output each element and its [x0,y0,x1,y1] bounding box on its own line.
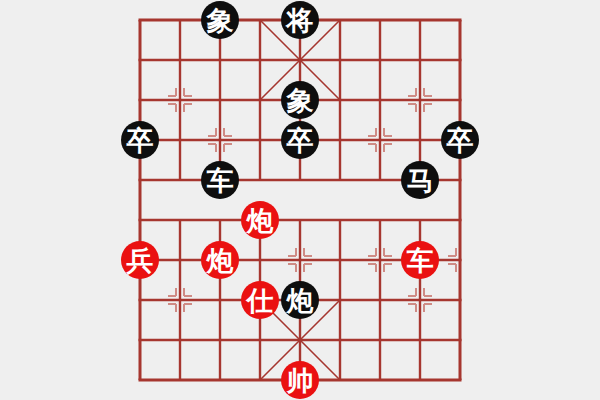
board-point: 象 [200,0,240,40]
board-point: 车 [400,240,440,280]
black-elephant[interactable]: 象 [201,1,239,39]
piece-grid: 象将象卒卒卒车马炮兵炮车仕炮帅 [120,0,480,400]
board-point: 卒 [280,120,320,160]
red-cannon[interactable]: 炮 [241,201,279,239]
board-point: 炮 [280,280,320,320]
board-point: 马 [400,160,440,200]
black-general[interactable]: 将 [281,1,319,39]
black-soldier[interactable]: 卒 [281,121,319,159]
red-advisor[interactable]: 仕 [241,281,279,319]
black-chariot[interactable]: 车 [201,161,239,199]
board-point: 帅 [280,360,320,400]
red-cannon[interactable]: 炮 [201,241,239,279]
black-soldier[interactable]: 卒 [121,121,159,159]
board-point: 仕 [240,280,280,320]
board-point: 象 [280,80,320,120]
board-point: 兵 [120,240,160,280]
board-point: 车 [200,160,240,200]
black-horse[interactable]: 马 [401,161,439,199]
black-soldier[interactable]: 卒 [441,121,479,159]
red-chariot[interactable]: 车 [401,241,439,279]
black-cannon[interactable]: 炮 [281,281,319,319]
black-elephant[interactable]: 象 [281,81,319,119]
board-point: 炮 [200,240,240,280]
xiangqi-board: 象将象卒卒卒车马炮兵炮车仕炮帅 [0,0,600,400]
board-point: 卒 [440,120,480,160]
board-point: 卒 [120,120,160,160]
red-soldier[interactable]: 兵 [121,241,159,279]
board-point: 将 [280,0,320,40]
red-general[interactable]: 帅 [281,361,319,399]
board-point: 炮 [240,200,280,240]
